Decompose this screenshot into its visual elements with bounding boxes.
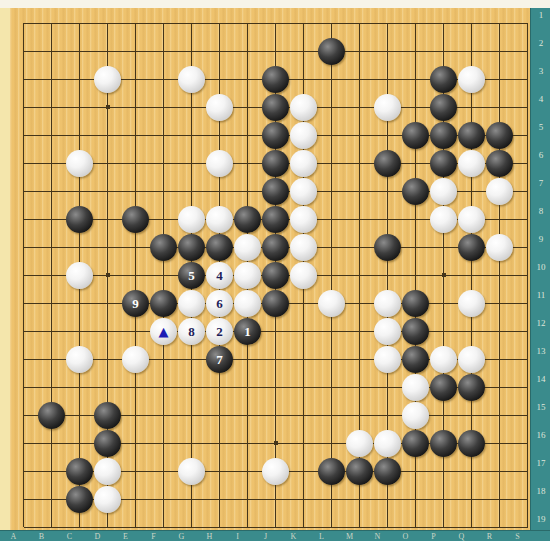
intersection-E3[interactable] xyxy=(122,65,150,93)
intersection-G14[interactable] xyxy=(178,373,206,401)
intersection-K3[interactable] xyxy=(290,65,318,93)
intersection-N16[interactable] xyxy=(374,429,402,457)
intersection-D13[interactable] xyxy=(94,345,122,373)
intersection-M10[interactable] xyxy=(346,261,374,289)
intersection-E5[interactable] xyxy=(122,121,150,149)
intersection-N2[interactable] xyxy=(374,37,402,65)
intersection-L8[interactable] xyxy=(318,205,346,233)
intersection-N4[interactable] xyxy=(374,93,402,121)
intersection-A13[interactable] xyxy=(10,345,38,373)
intersection-J4[interactable] xyxy=(262,93,290,121)
intersection-D10[interactable] xyxy=(94,261,122,289)
intersection-I6[interactable] xyxy=(234,149,262,177)
intersection-D12[interactable] xyxy=(94,317,122,345)
intersection-C4[interactable] xyxy=(66,93,94,121)
intersection-F5[interactable] xyxy=(150,121,178,149)
intersection-G12[interactable]: 8 xyxy=(178,317,206,345)
intersection-H5[interactable] xyxy=(206,121,234,149)
intersection-D1[interactable] xyxy=(94,9,122,37)
intersection-L11[interactable] xyxy=(318,289,346,317)
intersection-A15[interactable] xyxy=(10,401,38,429)
intersection-C1[interactable] xyxy=(66,9,94,37)
intersection-E2[interactable] xyxy=(122,37,150,65)
intersection-H10[interactable]: 4 xyxy=(206,261,234,289)
intersection-I15[interactable] xyxy=(234,401,262,429)
intersection-N14[interactable] xyxy=(374,373,402,401)
intersection-L14[interactable] xyxy=(318,373,346,401)
intersection-A7[interactable] xyxy=(10,177,38,205)
intersection-B18[interactable] xyxy=(38,485,66,513)
intersection-A2[interactable] xyxy=(10,37,38,65)
intersection-K9[interactable] xyxy=(290,233,318,261)
intersection-I3[interactable] xyxy=(234,65,262,93)
intersection-P13[interactable] xyxy=(430,345,458,373)
intersection-L13[interactable] xyxy=(318,345,346,373)
intersection-I1[interactable] xyxy=(234,9,262,37)
intersection-Q7[interactable] xyxy=(458,177,486,205)
intersection-O7[interactable] xyxy=(402,177,430,205)
intersection-Q8[interactable] xyxy=(458,205,486,233)
intersection-Q5[interactable] xyxy=(458,121,486,149)
intersection-I5[interactable] xyxy=(234,121,262,149)
intersection-G5[interactable] xyxy=(178,121,206,149)
intersection-D6[interactable] xyxy=(94,149,122,177)
intersection-C7[interactable] xyxy=(66,177,94,205)
intersection-R6[interactable] xyxy=(486,149,514,177)
intersection-M6[interactable] xyxy=(346,149,374,177)
intersection-C5[interactable] xyxy=(66,121,94,149)
intersection-D14[interactable] xyxy=(94,373,122,401)
intersection-J13[interactable] xyxy=(262,345,290,373)
intersection-N11[interactable] xyxy=(374,289,402,317)
intersection-C16[interactable] xyxy=(66,429,94,457)
intersection-J12[interactable] xyxy=(262,317,290,345)
intersection-H3[interactable] xyxy=(206,65,234,93)
intersection-M7[interactable] xyxy=(346,177,374,205)
intersection-A16[interactable] xyxy=(10,429,38,457)
intersection-A8[interactable] xyxy=(10,205,38,233)
intersection-C14[interactable] xyxy=(66,373,94,401)
intersection-H1[interactable] xyxy=(206,9,234,37)
intersection-B10[interactable] xyxy=(38,261,66,289)
intersection-E17[interactable] xyxy=(122,457,150,485)
intersection-B2[interactable] xyxy=(38,37,66,65)
intersection-P16[interactable] xyxy=(430,429,458,457)
intersection-L18[interactable] xyxy=(318,485,346,513)
intersection-R5[interactable] xyxy=(486,121,514,149)
intersection-R17[interactable] xyxy=(486,457,514,485)
intersection-O4[interactable] xyxy=(402,93,430,121)
intersection-K12[interactable] xyxy=(290,317,318,345)
intersection-G11[interactable] xyxy=(178,289,206,317)
intersection-Q12[interactable] xyxy=(458,317,486,345)
intersection-D8[interactable] xyxy=(94,205,122,233)
intersection-E18[interactable] xyxy=(122,485,150,513)
intersection-Q18[interactable] xyxy=(458,485,486,513)
intersection-I12[interactable]: 1 xyxy=(234,317,262,345)
intersection-N9[interactable] xyxy=(374,233,402,261)
intersection-O6[interactable] xyxy=(402,149,430,177)
intersection-R9[interactable] xyxy=(486,233,514,261)
intersection-K8[interactable] xyxy=(290,205,318,233)
intersection-G16[interactable] xyxy=(178,429,206,457)
intersection-J9[interactable] xyxy=(262,233,290,261)
intersection-E12[interactable] xyxy=(122,317,150,345)
intersection-F18[interactable] xyxy=(150,485,178,513)
intersection-O13[interactable] xyxy=(402,345,430,373)
intersection-J10[interactable] xyxy=(262,261,290,289)
intersection-H12[interactable]: 2 xyxy=(206,317,234,345)
intersection-Q1[interactable] xyxy=(458,9,486,37)
intersection-H4[interactable] xyxy=(206,93,234,121)
intersection-G3[interactable] xyxy=(178,65,206,93)
intersection-A12[interactable] xyxy=(10,317,38,345)
intersection-G10[interactable]: 5 xyxy=(178,261,206,289)
intersection-N7[interactable] xyxy=(374,177,402,205)
intersection-D9[interactable] xyxy=(94,233,122,261)
intersection-H16[interactable] xyxy=(206,429,234,457)
intersection-P11[interactable] xyxy=(430,289,458,317)
intersection-M11[interactable] xyxy=(346,289,374,317)
intersection-L1[interactable] xyxy=(318,9,346,37)
intersection-E14[interactable] xyxy=(122,373,150,401)
intersection-H8[interactable] xyxy=(206,205,234,233)
intersection-B13[interactable] xyxy=(38,345,66,373)
intersection-J6[interactable] xyxy=(262,149,290,177)
intersection-M1[interactable] xyxy=(346,9,374,37)
intersection-M17[interactable] xyxy=(346,457,374,485)
intersection-I13[interactable] xyxy=(234,345,262,373)
intersection-A14[interactable] xyxy=(10,373,38,401)
intersection-D4[interactable] xyxy=(94,93,122,121)
intersection-Q11[interactable] xyxy=(458,289,486,317)
intersection-P2[interactable] xyxy=(430,37,458,65)
intersection-I16[interactable] xyxy=(234,429,262,457)
intersection-L17[interactable] xyxy=(318,457,346,485)
intersection-R12[interactable] xyxy=(486,317,514,345)
intersection-D17[interactable] xyxy=(94,457,122,485)
intersection-R2[interactable] xyxy=(486,37,514,65)
intersection-H15[interactable] xyxy=(206,401,234,429)
intersection-Q10[interactable] xyxy=(458,261,486,289)
intersection-I2[interactable] xyxy=(234,37,262,65)
intersection-J16[interactable] xyxy=(262,429,290,457)
intersection-J8[interactable] xyxy=(262,205,290,233)
intersection-M2[interactable] xyxy=(346,37,374,65)
intersection-A18[interactable] xyxy=(10,485,38,513)
intersection-H2[interactable] xyxy=(206,37,234,65)
intersection-N17[interactable] xyxy=(374,457,402,485)
intersection-E7[interactable] xyxy=(122,177,150,205)
intersection-C17[interactable] xyxy=(66,457,94,485)
intersection-R15[interactable] xyxy=(486,401,514,429)
intersection-C2[interactable] xyxy=(66,37,94,65)
intersection-H13[interactable]: 7 xyxy=(206,345,234,373)
intersection-E9[interactable] xyxy=(122,233,150,261)
intersection-G6[interactable] xyxy=(178,149,206,177)
intersection-M3[interactable] xyxy=(346,65,374,93)
intersection-O15[interactable] xyxy=(402,401,430,429)
intersection-N6[interactable] xyxy=(374,149,402,177)
intersection-F6[interactable] xyxy=(150,149,178,177)
intersection-M18[interactable] xyxy=(346,485,374,513)
intersection-P4[interactable] xyxy=(430,93,458,121)
intersection-I14[interactable] xyxy=(234,373,262,401)
intersection-J17[interactable] xyxy=(262,457,290,485)
intersection-E15[interactable] xyxy=(122,401,150,429)
intersection-N3[interactable] xyxy=(374,65,402,93)
intersection-C8[interactable] xyxy=(66,205,94,233)
intersection-O8[interactable] xyxy=(402,205,430,233)
intersection-H14[interactable] xyxy=(206,373,234,401)
intersection-O10[interactable] xyxy=(402,261,430,289)
intersection-D7[interactable] xyxy=(94,177,122,205)
intersection-P9[interactable] xyxy=(430,233,458,261)
intersection-C10[interactable] xyxy=(66,261,94,289)
intersection-P15[interactable] xyxy=(430,401,458,429)
intersection-Q2[interactable] xyxy=(458,37,486,65)
intersection-P6[interactable] xyxy=(430,149,458,177)
intersection-G18[interactable] xyxy=(178,485,206,513)
intersection-C6[interactable] xyxy=(66,149,94,177)
intersection-A4[interactable] xyxy=(10,93,38,121)
intersection-P8[interactable] xyxy=(430,205,458,233)
intersection-K15[interactable] xyxy=(290,401,318,429)
intersection-N15[interactable] xyxy=(374,401,402,429)
intersection-K17[interactable] xyxy=(290,457,318,485)
intersection-A17[interactable] xyxy=(10,457,38,485)
intersection-R3[interactable] xyxy=(486,65,514,93)
intersection-N5[interactable] xyxy=(374,121,402,149)
intersection-B5[interactable] xyxy=(38,121,66,149)
intersection-G13[interactable] xyxy=(178,345,206,373)
intersection-K2[interactable] xyxy=(290,37,318,65)
intersection-I7[interactable] xyxy=(234,177,262,205)
intersection-G1[interactable] xyxy=(178,9,206,37)
intersection-H9[interactable] xyxy=(206,233,234,261)
intersection-K14[interactable] xyxy=(290,373,318,401)
intersection-E11[interactable]: 9 xyxy=(122,289,150,317)
intersection-K13[interactable] xyxy=(290,345,318,373)
intersection-L4[interactable] xyxy=(318,93,346,121)
intersection-O18[interactable] xyxy=(402,485,430,513)
intersection-M16[interactable] xyxy=(346,429,374,457)
intersection-M12[interactable] xyxy=(346,317,374,345)
intersection-R7[interactable] xyxy=(486,177,514,205)
intersection-M14[interactable] xyxy=(346,373,374,401)
intersection-L12[interactable] xyxy=(318,317,346,345)
intersection-H7[interactable] xyxy=(206,177,234,205)
intersection-D16[interactable] xyxy=(94,429,122,457)
intersection-A9[interactable] xyxy=(10,233,38,261)
intersection-G7[interactable] xyxy=(178,177,206,205)
intersection-P3[interactable] xyxy=(430,65,458,93)
intersection-K1[interactable] xyxy=(290,9,318,37)
intersection-I18[interactable] xyxy=(234,485,262,513)
intersection-M13[interactable] xyxy=(346,345,374,373)
intersection-E16[interactable] xyxy=(122,429,150,457)
intersection-P5[interactable] xyxy=(430,121,458,149)
intersection-P10[interactable] xyxy=(430,261,458,289)
intersection-Q14[interactable] xyxy=(458,373,486,401)
intersection-D2[interactable] xyxy=(94,37,122,65)
intersection-I17[interactable] xyxy=(234,457,262,485)
intersection-P12[interactable] xyxy=(430,317,458,345)
intersection-K11[interactable] xyxy=(290,289,318,317)
intersection-H18[interactable] xyxy=(206,485,234,513)
intersection-B12[interactable] xyxy=(38,317,66,345)
intersection-D15[interactable] xyxy=(94,401,122,429)
intersection-P18[interactable] xyxy=(430,485,458,513)
intersection-C18[interactable] xyxy=(66,485,94,513)
intersection-B15[interactable] xyxy=(38,401,66,429)
intersection-A5[interactable] xyxy=(10,121,38,149)
intersection-K16[interactable] xyxy=(290,429,318,457)
intersection-J3[interactable] xyxy=(262,65,290,93)
intersection-P7[interactable] xyxy=(430,177,458,205)
intersection-J2[interactable] xyxy=(262,37,290,65)
intersection-D18[interactable] xyxy=(94,485,122,513)
intersection-F3[interactable] xyxy=(150,65,178,93)
intersection-F15[interactable] xyxy=(150,401,178,429)
intersection-A1[interactable] xyxy=(10,9,38,37)
intersection-F1[interactable] xyxy=(150,9,178,37)
intersection-O17[interactable] xyxy=(402,457,430,485)
intersection-J7[interactable] xyxy=(262,177,290,205)
intersection-K6[interactable] xyxy=(290,149,318,177)
intersection-B17[interactable] xyxy=(38,457,66,485)
intersection-M15[interactable] xyxy=(346,401,374,429)
intersection-M9[interactable] xyxy=(346,233,374,261)
intersection-C12[interactable] xyxy=(66,317,94,345)
intersection-P17[interactable] xyxy=(430,457,458,485)
intersection-E1[interactable] xyxy=(122,9,150,37)
intersection-G4[interactable] xyxy=(178,93,206,121)
intersection-A11[interactable] xyxy=(10,289,38,317)
intersection-R18[interactable] xyxy=(486,485,514,513)
intersection-M5[interactable] xyxy=(346,121,374,149)
intersection-B8[interactable] xyxy=(38,205,66,233)
intersection-D11[interactable] xyxy=(94,289,122,317)
intersection-L2[interactable] xyxy=(318,37,346,65)
intersection-L9[interactable] xyxy=(318,233,346,261)
intersection-H11[interactable]: 6 xyxy=(206,289,234,317)
intersection-M8[interactable] xyxy=(346,205,374,233)
intersection-B7[interactable] xyxy=(38,177,66,205)
intersection-I10[interactable] xyxy=(234,261,262,289)
intersection-B9[interactable] xyxy=(38,233,66,261)
intersection-E8[interactable] xyxy=(122,205,150,233)
intersection-R4[interactable] xyxy=(486,93,514,121)
intersection-B11[interactable] xyxy=(38,289,66,317)
intersection-D5[interactable] xyxy=(94,121,122,149)
intersection-B4[interactable] xyxy=(38,93,66,121)
intersection-I11[interactable] xyxy=(234,289,262,317)
intersection-F16[interactable] xyxy=(150,429,178,457)
intersection-J14[interactable] xyxy=(262,373,290,401)
intersection-N1[interactable] xyxy=(374,9,402,37)
intersection-R1[interactable] xyxy=(486,9,514,37)
intersection-F14[interactable] xyxy=(150,373,178,401)
intersection-J15[interactable] xyxy=(262,401,290,429)
intersection-L3[interactable] xyxy=(318,65,346,93)
intersection-F8[interactable] xyxy=(150,205,178,233)
intersection-K5[interactable] xyxy=(290,121,318,149)
intersection-L7[interactable] xyxy=(318,177,346,205)
intersection-O2[interactable] xyxy=(402,37,430,65)
intersection-D3[interactable] xyxy=(94,65,122,93)
intersection-O1[interactable] xyxy=(402,9,430,37)
intersection-K10[interactable] xyxy=(290,261,318,289)
intersection-L16[interactable] xyxy=(318,429,346,457)
intersection-F13[interactable] xyxy=(150,345,178,373)
intersection-O16[interactable] xyxy=(402,429,430,457)
intersection-C3[interactable] xyxy=(66,65,94,93)
intersection-L6[interactable] xyxy=(318,149,346,177)
intersection-J5[interactable] xyxy=(262,121,290,149)
intersection-L10[interactable] xyxy=(318,261,346,289)
intersection-E13[interactable] xyxy=(122,345,150,373)
intersection-G2[interactable] xyxy=(178,37,206,65)
intersection-C15[interactable] xyxy=(66,401,94,429)
intersection-F10[interactable] xyxy=(150,261,178,289)
intersection-N13[interactable] xyxy=(374,345,402,373)
intersection-A3[interactable] xyxy=(10,65,38,93)
intersection-P14[interactable] xyxy=(430,373,458,401)
intersection-O9[interactable] xyxy=(402,233,430,261)
intersection-O5[interactable] xyxy=(402,121,430,149)
intersection-R11[interactable] xyxy=(486,289,514,317)
intersection-H6[interactable] xyxy=(206,149,234,177)
intersection-G17[interactable] xyxy=(178,457,206,485)
intersection-I8[interactable] xyxy=(234,205,262,233)
intersection-G15[interactable] xyxy=(178,401,206,429)
intersection-G8[interactable] xyxy=(178,205,206,233)
intersection-E4[interactable] xyxy=(122,93,150,121)
intersection-F9[interactable] xyxy=(150,233,178,261)
intersection-L15[interactable] xyxy=(318,401,346,429)
intersection-B1[interactable] xyxy=(38,9,66,37)
intersection-R14[interactable] xyxy=(486,373,514,401)
intersection-F12[interactable]: ▲ xyxy=(150,317,178,345)
intersection-Q6[interactable] xyxy=(458,149,486,177)
intersection-R10[interactable] xyxy=(486,261,514,289)
intersection-N18[interactable] xyxy=(374,485,402,513)
intersection-K7[interactable] xyxy=(290,177,318,205)
intersection-C13[interactable] xyxy=(66,345,94,373)
intersection-F2[interactable] xyxy=(150,37,178,65)
intersection-C11[interactable] xyxy=(66,289,94,317)
intersection-K4[interactable] xyxy=(290,93,318,121)
intersection-B6[interactable] xyxy=(38,149,66,177)
intersection-C9[interactable] xyxy=(66,233,94,261)
intersection-A6[interactable] xyxy=(10,149,38,177)
intersection-Q17[interactable] xyxy=(458,457,486,485)
intersection-K18[interactable] xyxy=(290,485,318,513)
intersection-N12[interactable] xyxy=(374,317,402,345)
intersection-Q16[interactable] xyxy=(458,429,486,457)
intersection-G9[interactable] xyxy=(178,233,206,261)
intersection-H17[interactable] xyxy=(206,457,234,485)
intersection-E10[interactable] xyxy=(122,261,150,289)
intersection-O12[interactable] xyxy=(402,317,430,345)
intersection-M4[interactable] xyxy=(346,93,374,121)
intersection-E6[interactable] xyxy=(122,149,150,177)
intersection-F11[interactable] xyxy=(150,289,178,317)
intersection-Q9[interactable] xyxy=(458,233,486,261)
intersection-R13[interactable] xyxy=(486,345,514,373)
intersection-Q13[interactable] xyxy=(458,345,486,373)
